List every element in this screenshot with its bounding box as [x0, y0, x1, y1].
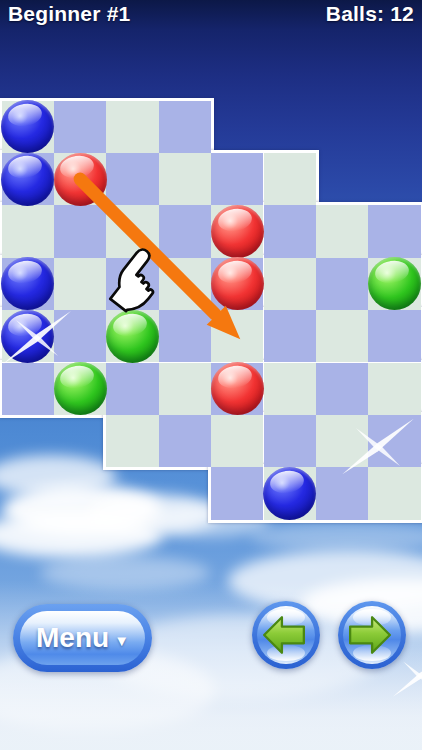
sparkle-icon: [393, 654, 422, 696]
board-cell-r5c5[interactable]: [264, 363, 316, 415]
ball-green[interactable]: [106, 310, 159, 363]
level-title: Beginner #1: [8, 2, 130, 26]
board-cell-r2c2[interactable]: [106, 205, 158, 257]
board-cell-r4c7[interactable]: [368, 310, 420, 362]
board-cell-r1c2[interactable]: [106, 153, 158, 205]
board-cell-r7c6[interactable]: [316, 467, 368, 519]
ball-blue[interactable]: [1, 100, 54, 153]
board-cell-r4c4[interactable]: [211, 310, 263, 362]
board-cell-r4c6[interactable]: [316, 310, 368, 362]
ball-red[interactable]: [211, 362, 264, 415]
ball-red[interactable]: [211, 257, 264, 310]
board-cell-r6c5[interactable]: [264, 415, 316, 467]
ball-green[interactable]: [54, 362, 107, 415]
ball-blue[interactable]: [1, 153, 54, 206]
board-cell-r3c1[interactable]: [54, 258, 106, 310]
status-bar: Beginner #1 Balls: 12: [0, 2, 422, 26]
right-arrow-icon: [347, 612, 393, 658]
board-cell-r0c3[interactable]: [159, 101, 211, 153]
ball-red[interactable]: [211, 205, 264, 258]
board-cell-r3c2[interactable]: [106, 258, 158, 310]
board-cell-r1c5[interactable]: [264, 153, 316, 205]
app-screen: Beginner #1 Balls: 12 Menu ▼: [0, 0, 422, 750]
board-cell-r2c3[interactable]: [159, 205, 211, 257]
board-cell-r5c0[interactable]: [2, 363, 54, 415]
board-cell-r7c7[interactable]: [368, 467, 420, 519]
menu-button[interactable]: Menu ▼: [13, 604, 152, 672]
board-cell-r2c7[interactable]: [368, 205, 420, 257]
board-cell-r0c1[interactable]: [54, 101, 106, 153]
board-cell-r4c3[interactable]: [159, 310, 211, 362]
board-cell-r6c2[interactable]: [106, 415, 158, 467]
board-cell-r3c5[interactable]: [264, 258, 316, 310]
board-cell-r3c6[interactable]: [316, 258, 368, 310]
board-cell-r5c3[interactable]: [159, 363, 211, 415]
dropdown-caret-icon: ▼: [114, 632, 129, 649]
balls-counter: Balls: 12: [326, 2, 414, 26]
board-cell-r6c6[interactable]: [316, 415, 368, 467]
board-cell-r1c3[interactable]: [159, 153, 211, 205]
board-cell-r6c4[interactable]: [211, 415, 263, 467]
ball-red[interactable]: [54, 153, 107, 206]
left-arrow-icon: [261, 612, 307, 658]
board-cell-r3c3[interactable]: [159, 258, 211, 310]
board-cell-r5c2[interactable]: [106, 363, 158, 415]
board-cell-r1c4[interactable]: [211, 153, 263, 205]
next-level-button[interactable]: [338, 601, 406, 669]
board-cell-r5c6[interactable]: [316, 363, 368, 415]
board-cell-r4c5[interactable]: [264, 310, 316, 362]
ball-blue[interactable]: [1, 310, 54, 363]
board-cell-r7c4[interactable]: [211, 467, 263, 519]
board-cell-r6c3[interactable]: [159, 415, 211, 467]
board-cell-r4c1[interactable]: [54, 310, 106, 362]
board-cell-r0c2[interactable]: [106, 101, 158, 153]
board-cell-r2c6[interactable]: [316, 205, 368, 257]
board-cell-r6c7[interactable]: [368, 415, 420, 467]
previous-level-button[interactable]: [252, 601, 320, 669]
board-cell-r2c0[interactable]: [2, 205, 54, 257]
board-cell-r5c7[interactable]: [368, 363, 420, 415]
menu-button-label: Menu: [36, 622, 109, 654]
board-cell-r2c5[interactable]: [264, 205, 316, 257]
menu-button-face[interactable]: Menu ▼: [20, 611, 145, 665]
ball-blue[interactable]: [263, 467, 316, 520]
board-cell-r2c1[interactable]: [54, 205, 106, 257]
